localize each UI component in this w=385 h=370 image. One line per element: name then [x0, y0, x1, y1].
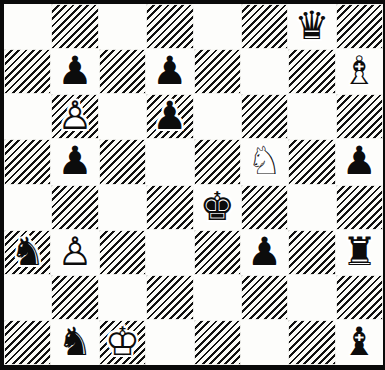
piece-glyph: ♟ — [342, 141, 377, 180]
black-pawn-b5: ♟♟ — [58, 141, 93, 180]
piece-glyph: ♗ — [342, 51, 377, 90]
square-g5 — [288, 139, 335, 184]
piece-glyph: ♙ — [58, 232, 93, 271]
chess-board: ♛♛♟♟♟♟♝♗♟♙♟♟♟♟♞♘♟♟♚♚♞♞♟♙♟♟♜♜♞♞♚♔♝♝ — [0, 0, 385, 370]
white-bishop-h7: ♝♗ — [342, 51, 377, 90]
square-d2 — [146, 275, 193, 320]
black-rook-h3: ♜♜ — [342, 232, 377, 271]
square-f7 — [241, 49, 288, 94]
square-h6 — [336, 94, 383, 139]
square-c6 — [99, 94, 146, 139]
piece-glyph: ♟ — [58, 51, 93, 90]
square-h8 — [336, 4, 383, 49]
piece-glyph: ♘ — [247, 141, 282, 180]
square-f6 — [241, 94, 288, 139]
square-f8 — [241, 4, 288, 49]
square-e5 — [194, 139, 241, 184]
square-b2 — [51, 275, 98, 320]
square-d5 — [146, 139, 193, 184]
square-g6 — [288, 94, 335, 139]
square-e7 — [194, 49, 241, 94]
piece-glyph: ♝ — [342, 322, 377, 361]
piece-glyph: ♟ — [152, 51, 187, 90]
square-c4 — [99, 185, 146, 230]
square-a8 — [4, 4, 51, 49]
square-h4 — [336, 185, 383, 230]
piece-glyph: ♞ — [10, 232, 45, 271]
black-king-e4: ♚♚ — [200, 187, 235, 226]
square-c8 — [99, 4, 146, 49]
piece-glyph: ♔ — [105, 322, 140, 361]
square-g1 — [288, 320, 335, 365]
black-pawn-d6: ♟♟ — [152, 96, 187, 135]
square-g7 — [288, 49, 335, 94]
square-h5: ♟♟ — [336, 139, 383, 184]
square-g8: ♛♛ — [288, 4, 335, 49]
square-b1: ♞♞ — [51, 320, 98, 365]
square-a4 — [4, 185, 51, 230]
square-f2 — [241, 275, 288, 320]
square-h1: ♝♝ — [336, 320, 383, 365]
square-h3: ♜♜ — [336, 230, 383, 275]
square-b4 — [51, 185, 98, 230]
square-e3 — [194, 230, 241, 275]
chess-board-diagram: ♛♛♟♟♟♟♝♗♟♙♟♟♟♟♞♘♟♟♚♚♞♞♟♙♟♟♜♜♞♞♚♔♝♝ — [0, 0, 385, 370]
square-d8 — [146, 4, 193, 49]
black-knight-b1: ♞♞ — [58, 322, 93, 361]
square-d3 — [146, 230, 193, 275]
square-d4 — [146, 185, 193, 230]
square-f3: ♟♟ — [241, 230, 288, 275]
square-a5 — [4, 139, 51, 184]
square-b5: ♟♟ — [51, 139, 98, 184]
black-pawn-f3: ♟♟ — [247, 232, 282, 271]
square-f5: ♞♘ — [241, 139, 288, 184]
square-e1 — [194, 320, 241, 365]
square-a2 — [4, 275, 51, 320]
black-knight-a3: ♞♞ — [10, 232, 45, 271]
square-g2 — [288, 275, 335, 320]
square-c7 — [99, 49, 146, 94]
square-d1 — [146, 320, 193, 365]
black-pawn-d7: ♟♟ — [152, 51, 187, 90]
square-c1: ♚♔ — [99, 320, 146, 365]
square-b7: ♟♟ — [51, 49, 98, 94]
square-b3: ♟♙ — [51, 230, 98, 275]
square-e2 — [194, 275, 241, 320]
square-d7: ♟♟ — [146, 49, 193, 94]
square-a6 — [4, 94, 51, 139]
piece-glyph: ♟ — [58, 141, 93, 180]
black-bishop-h1: ♝♝ — [342, 322, 377, 361]
square-a7 — [4, 49, 51, 94]
square-c2 — [99, 275, 146, 320]
square-e8 — [194, 4, 241, 49]
square-f4 — [241, 185, 288, 230]
piece-glyph: ♟ — [152, 96, 187, 135]
square-a1 — [4, 320, 51, 365]
white-pawn-b6: ♟♙ — [58, 96, 93, 135]
piece-glyph: ♛ — [294, 6, 329, 45]
square-c3 — [99, 230, 146, 275]
square-g3 — [288, 230, 335, 275]
square-b8 — [51, 4, 98, 49]
piece-glyph: ♜ — [342, 232, 377, 271]
square-e6 — [194, 94, 241, 139]
square-h7: ♝♗ — [336, 49, 383, 94]
black-queen-g8: ♛♛ — [294, 6, 329, 45]
white-king-c1: ♚♔ — [105, 322, 140, 361]
white-pawn-b3: ♟♙ — [58, 232, 93, 271]
black-pawn-h5: ♟♟ — [342, 141, 377, 180]
black-pawn-b7: ♟♟ — [58, 51, 93, 90]
square-e4: ♚♚ — [194, 185, 241, 230]
piece-glyph: ♞ — [58, 322, 93, 361]
white-knight-f5: ♞♘ — [247, 141, 282, 180]
square-h2 — [336, 275, 383, 320]
square-c5 — [99, 139, 146, 184]
square-d6: ♟♟ — [146, 94, 193, 139]
square-b6: ♟♙ — [51, 94, 98, 139]
piece-glyph: ♟ — [247, 232, 282, 271]
square-a3: ♞♞ — [4, 230, 51, 275]
piece-glyph: ♚ — [200, 187, 235, 226]
square-f1 — [241, 320, 288, 365]
piece-glyph: ♙ — [58, 96, 93, 135]
square-g4 — [288, 185, 335, 230]
